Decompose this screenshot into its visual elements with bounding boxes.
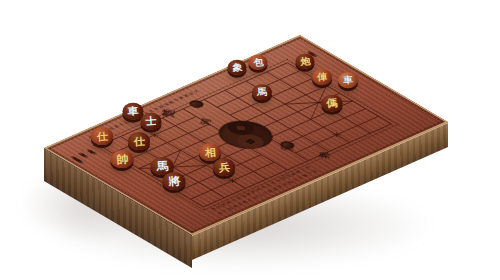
piece-glyph: 象 <box>232 62 243 72</box>
piece-red-general[interactable]: 帥 <box>111 150 134 168</box>
piece-glyph: 帥 <box>116 153 129 165</box>
piece-glyph: 將 <box>168 175 181 187</box>
piece-glyph: 馬 <box>156 160 169 172</box>
piece-glyph: 士 <box>145 116 157 127</box>
piece-glyph: 傌 <box>326 98 338 109</box>
piece-black-general[interactable]: 將 <box>163 172 186 190</box>
piece-red-chariot[interactable]: 俥 <box>312 69 332 85</box>
piece-red-horse[interactable]: 傌 <box>322 95 343 112</box>
piece-glyph: 兵 <box>218 162 230 173</box>
piece-black-cannon[interactable]: 包 <box>249 55 268 70</box>
piece-black-elephant[interactable]: 象 <box>228 60 247 75</box>
piece-black-horse[interactable]: 馬 <box>252 84 272 100</box>
piece-black-chariot[interactable]: 車 <box>338 72 358 88</box>
piece-glyph: 包 <box>253 57 264 67</box>
piece-red-advisor[interactable]: 仕 <box>128 132 150 150</box>
piece-red-soldier[interactable]: 兵 <box>213 158 235 176</box>
piece-glyph: 炮 <box>300 56 311 66</box>
piece-black-advisor[interactable]: 士 <box>141 113 162 130</box>
piece-glyph: 馬 <box>257 87 268 97</box>
piece-glyph: 俥 <box>317 72 328 82</box>
piece-glyph: 仕 <box>96 131 108 142</box>
pieces-layer: 象包馬炮俥車傌車士仕仕帥馬將相兵 <box>0 0 500 280</box>
piece-glyph: 相 <box>204 147 216 158</box>
photo-scene: 觀棋不語真君子起手無回大丈夫棋逢敵手將遇良才 楚河漢界分兩域車馬炮卒定乾坤運籌帷… <box>0 0 500 280</box>
piece-glyph: 車 <box>127 106 139 117</box>
piece-glyph: 車 <box>343 75 354 85</box>
piece-glyph: 仕 <box>133 136 145 147</box>
piece-red-advisor[interactable]: 仕 <box>91 127 113 145</box>
piece-red-cannon[interactable]: 炮 <box>296 54 315 69</box>
